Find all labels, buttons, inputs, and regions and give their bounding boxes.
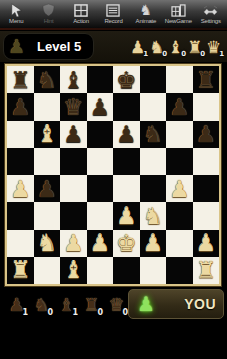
square-g6[interactable]: [166, 121, 193, 148]
piece-white-knight[interactable]: ♞: [142, 203, 163, 229]
piece-black-rook[interactable]: ♜: [195, 67, 216, 93]
square-h4[interactable]: [193, 175, 220, 202]
square-a8[interactable]: ♜: [7, 66, 34, 93]
square-d5[interactable]: [87, 148, 114, 175]
piece-white-bishop[interactable]: ♝: [63, 257, 84, 283]
captured-count: 1: [219, 50, 224, 58]
captured-black-rook-icon: ♜0: [79, 294, 104, 315]
status-bar: ♟ Level 5 ♟1♞0♝0♜0♛1: [0, 31, 227, 62]
captured-count: 0: [97, 308, 103, 317]
chess-app-screen: MenuHintActionRecord♞AnimateNewGameSetti…: [0, 0, 227, 359]
square-b7[interactable]: [34, 93, 61, 120]
piece-white-pawn[interactable]: ♟: [195, 230, 216, 256]
square-c6[interactable]: ♟: [60, 121, 87, 148]
knight-icon: ♞: [140, 2, 153, 18]
square-h2[interactable]: ♟: [193, 230, 220, 257]
piece-white-king[interactable]: ♚: [116, 230, 137, 256]
square-a1[interactable]: ♜: [7, 257, 34, 284]
square-b4[interactable]: ♟: [34, 175, 61, 202]
toolbar-label: Record: [104, 18, 122, 25]
square-a6[interactable]: [7, 121, 34, 148]
square-c7[interactable]: ♛: [60, 93, 87, 120]
square-g4[interactable]: ♟: [166, 175, 193, 202]
captured-black-knight-icon: ♞0: [29, 294, 54, 315]
square-d7[interactable]: ♟: [87, 93, 114, 120]
square-c5[interactable]: [60, 148, 87, 175]
square-f3[interactable]: ♞: [140, 202, 167, 229]
square-f6[interactable]: ♞: [140, 121, 167, 148]
captured-white-rook-icon: ♜0: [185, 37, 204, 57]
piece-black-pawn[interactable]: ♟: [195, 121, 216, 147]
square-g7[interactable]: ♟: [166, 93, 193, 120]
player-turn-panel: ♟ YOU: [128, 289, 224, 319]
square-b2[interactable]: ♞: [34, 230, 61, 257]
square-f5[interactable]: [140, 148, 167, 175]
square-c3[interactable]: [60, 202, 87, 229]
bottom-bar: ♟1♞0♝1♜0♛0 ♟ YOU: [0, 288, 227, 320]
toolbar-button-animate[interactable]: ♞Animate: [130, 0, 162, 28]
square-a7[interactable]: ♟: [7, 93, 34, 120]
toolbar-label: Animate: [136, 18, 157, 25]
captured-white-bishop-icon: ♝0: [166, 37, 185, 57]
square-a5[interactable]: [7, 148, 34, 175]
captured-white-row: ♟1♞0♝0♜0♛1: [128, 37, 223, 57]
piece-white-rook[interactable]: ♜: [10, 257, 31, 283]
square-h8[interactable]: ♜: [193, 66, 220, 93]
square-e7[interactable]: [113, 93, 140, 120]
captured-black-pawn-icon: ♟1: [4, 294, 29, 315]
square-h6[interactable]: ♟: [193, 121, 220, 148]
piece-black-pawn[interactable]: ♟: [116, 121, 137, 147]
piece-black-queen[interactable]: ♛: [63, 94, 84, 120]
square-d6[interactable]: [87, 121, 114, 148]
chess-board: ♜♞♝♚♜♟♛♟♟♝♟♟♞♟♟♟♟♟♞♞♟♟♚♟♟♜♝♜: [7, 66, 219, 284]
square-b8[interactable]: ♞: [34, 66, 61, 93]
piece-black-pawn[interactable]: ♟: [169, 94, 190, 120]
player-label: YOU: [184, 296, 216, 312]
toolbar-label: NewGame: [165, 18, 192, 25]
square-e4[interactable]: [113, 175, 140, 202]
piece-white-pawn[interactable]: ♟: [169, 176, 190, 202]
square-d3[interactable]: [87, 202, 114, 229]
piece-white-pawn[interactable]: ♟: [142, 230, 163, 256]
window-icon: [74, 2, 88, 18]
piece-black-bishop[interactable]: ♝: [63, 67, 84, 93]
toolbar-button-settings[interactable]: Settings: [195, 0, 227, 28]
square-h5[interactable]: [193, 148, 220, 175]
square-e8[interactable]: ♚: [113, 66, 140, 93]
cursor-icon: [9, 2, 24, 18]
level-label: Level 5: [37, 39, 81, 54]
piece-black-pawn[interactable]: ♟: [36, 176, 57, 202]
piece-white-pawn[interactable]: ♟: [89, 230, 110, 256]
piece-white-rook[interactable]: ♜: [195, 257, 216, 283]
square-e3[interactable]: ♟: [113, 202, 140, 229]
square-c1[interactable]: ♝: [60, 257, 87, 284]
piece-white-knight[interactable]: ♞: [36, 230, 57, 256]
board-frame: ♜♞♝♚♜♟♛♟♟♝♟♟♞♟♟♟♟♟♞♞♟♟♚♟♟♜♝♜: [5, 64, 221, 286]
toolbar-button-record[interactable]: Record: [97, 0, 129, 28]
square-d2[interactable]: ♟: [87, 230, 114, 257]
piece-white-bishop[interactable]: ♝: [36, 121, 57, 147]
toolbar-label: Menu: [9, 18, 23, 25]
square-b5[interactable]: [34, 148, 61, 175]
square-e6[interactable]: ♟: [113, 121, 140, 148]
square-b1[interactable]: [34, 257, 61, 284]
square-c4[interactable]: [60, 175, 87, 202]
square-d4[interactable]: [87, 175, 114, 202]
square-a2[interactable]: [7, 230, 34, 257]
square-c2[interactable]: ♟: [60, 230, 87, 257]
captured-count: 1: [72, 308, 78, 317]
square-d1[interactable]: [87, 257, 114, 284]
square-f2[interactable]: ♟: [140, 230, 167, 257]
square-h7[interactable]: [193, 93, 220, 120]
captured-white-pawn-icon: ♟1: [128, 37, 147, 57]
square-g2[interactable]: [166, 230, 193, 257]
piece-black-pawn[interactable]: ♟: [10, 94, 31, 120]
square-e2[interactable]: ♚: [113, 230, 140, 257]
square-h3[interactable]: [193, 202, 220, 229]
toolbar: MenuHintActionRecord♞AnimateNewGameSetti…: [0, 0, 227, 29]
toolbar-label: Action: [73, 18, 88, 25]
piece-black-pawn[interactable]: ♟: [63, 121, 84, 147]
square-f7[interactable]: [140, 93, 167, 120]
square-h1[interactable]: ♜: [193, 257, 220, 284]
square-e5[interactable]: [113, 148, 140, 175]
turn-indicator-green-pawn-icon: ♟: [137, 293, 155, 315]
toolbar-button-action[interactable]: Action: [65, 0, 97, 28]
square-a3[interactable]: [7, 202, 34, 229]
piece-black-knight[interactable]: ♞: [36, 67, 57, 93]
square-a4[interactable]: ♟: [7, 175, 34, 202]
piece-black-rook[interactable]: ♜: [10, 67, 31, 93]
square-f8[interactable]: [140, 66, 167, 93]
captured-white-queen-icon: ♛1: [204, 37, 223, 57]
captured-black-bishop-icon: ♝1: [54, 294, 79, 315]
square-e1[interactable]: [113, 257, 140, 284]
square-f4[interactable]: [140, 175, 167, 202]
square-g8[interactable]: [166, 66, 193, 93]
square-b3[interactable]: [34, 202, 61, 229]
toolbar-label: Settings: [201, 18, 221, 25]
square-g5[interactable]: [166, 148, 193, 175]
wrench-icon: [203, 2, 219, 18]
shield-icon: [42, 2, 55, 18]
piece-white-pawn[interactable]: ♟: [116, 203, 137, 229]
piece-black-knight[interactable]: ♞: [142, 121, 163, 147]
square-d8[interactable]: [87, 66, 114, 93]
piece-black-king[interactable]: ♚: [116, 67, 137, 93]
level-panel: ♟ Level 5: [3, 33, 94, 60]
captured-white-knight-icon: ♞0: [147, 37, 166, 57]
captured-count: 0: [47, 308, 53, 317]
toolbar-button-menu[interactable]: Menu: [0, 0, 32, 28]
piece-black-pawn[interactable]: ♟: [89, 94, 110, 120]
square-c8[interactable]: ♝: [60, 66, 87, 93]
toolbar-button-newgame[interactable]: NewGame: [162, 0, 194, 28]
toolbar-button-hint[interactable]: Hint: [32, 0, 64, 28]
captured-count: 1: [22, 308, 28, 317]
record-icon: [106, 2, 120, 18]
piece-white-pawn[interactable]: ♟: [63, 230, 84, 256]
boards-icon: [171, 2, 186, 18]
square-b6[interactable]: ♝: [34, 121, 61, 148]
captured-black-queen-icon: ♛0: [104, 294, 129, 315]
piece-white-pawn[interactable]: ♟: [10, 176, 31, 202]
square-f1[interactable]: [140, 257, 167, 284]
square-g1[interactable]: [166, 257, 193, 284]
captured-black-row: ♟1♞0♝1♜0♛0: [4, 294, 129, 315]
toolbar-label: Hint: [44, 18, 54, 25]
square-g3[interactable]: [166, 202, 193, 229]
cpu-pawn-icon: ♟: [8, 37, 25, 56]
